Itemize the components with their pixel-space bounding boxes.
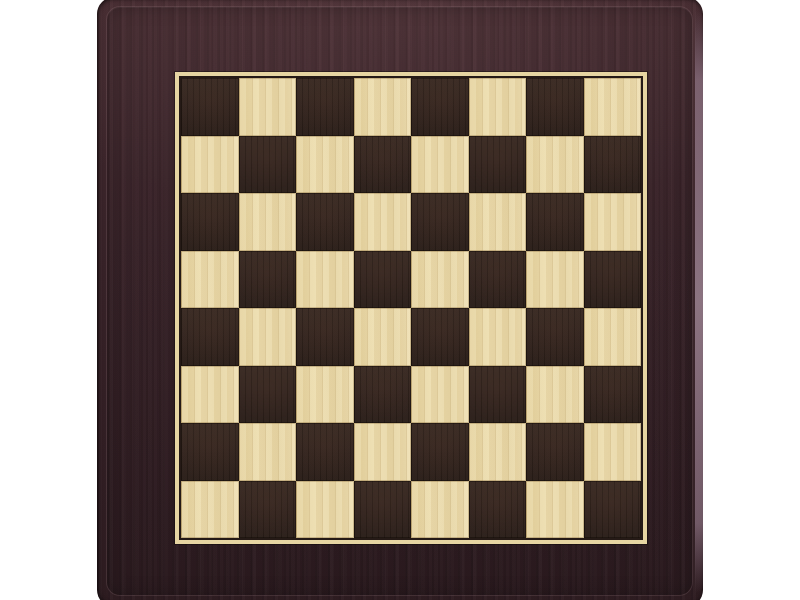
square-r4c4 [411, 308, 469, 366]
square-r5c5 [469, 366, 527, 424]
square-r4c1 [239, 308, 297, 366]
square-r1c4 [411, 136, 469, 194]
board-bevel-edge [107, 7, 692, 595]
square-r6c2 [296, 423, 354, 481]
square-r4c0 [181, 308, 239, 366]
board-grid [181, 78, 641, 538]
square-r4c6 [526, 308, 584, 366]
square-r1c7 [584, 136, 642, 194]
square-r0c6 [526, 78, 584, 136]
square-r5c6 [526, 366, 584, 424]
square-r5c4 [411, 366, 469, 424]
square-r6c4 [411, 423, 469, 481]
square-r3c6 [526, 251, 584, 309]
square-r7c0 [181, 481, 239, 539]
square-r2c6 [526, 193, 584, 251]
square-r5c2 [296, 366, 354, 424]
square-r7c2 [296, 481, 354, 539]
square-r2c2 [296, 193, 354, 251]
square-r0c7 [584, 78, 642, 136]
square-r5c3 [354, 366, 412, 424]
playing-area-pinstripe-frame [175, 72, 647, 544]
square-r5c7 [584, 366, 642, 424]
square-r6c6 [526, 423, 584, 481]
square-r4c3 [354, 308, 412, 366]
square-r0c5 [469, 78, 527, 136]
square-r1c2 [296, 136, 354, 194]
square-r7c7 [584, 481, 642, 539]
square-r1c1 [239, 136, 297, 194]
square-r3c3 [354, 251, 412, 309]
product-photo [0, 0, 800, 600]
square-r2c5 [469, 193, 527, 251]
square-r3c2 [296, 251, 354, 309]
square-r6c0 [181, 423, 239, 481]
square-r2c3 [354, 193, 412, 251]
square-r1c0 [181, 136, 239, 194]
square-r6c1 [239, 423, 297, 481]
board-side-edge-highlight [695, 11, 703, 593]
square-r6c5 [469, 423, 527, 481]
square-r1c6 [526, 136, 584, 194]
square-r6c3 [354, 423, 412, 481]
chessboard [97, 0, 703, 600]
square-r4c7 [584, 308, 642, 366]
square-r2c1 [239, 193, 297, 251]
square-r6c7 [584, 423, 642, 481]
square-r4c5 [469, 308, 527, 366]
square-r3c4 [411, 251, 469, 309]
square-r1c5 [469, 136, 527, 194]
square-r0c3 [354, 78, 412, 136]
square-r2c0 [181, 193, 239, 251]
square-r3c1 [239, 251, 297, 309]
square-r7c5 [469, 481, 527, 539]
square-r5c1 [239, 366, 297, 424]
square-r4c2 [296, 308, 354, 366]
square-r7c4 [411, 481, 469, 539]
square-r3c5 [469, 251, 527, 309]
square-r1c3 [354, 136, 412, 194]
square-r3c0 [181, 251, 239, 309]
square-r0c2 [296, 78, 354, 136]
square-r5c0 [181, 366, 239, 424]
square-r0c0 [181, 78, 239, 136]
square-r0c4 [411, 78, 469, 136]
square-r7c6 [526, 481, 584, 539]
square-r3c7 [584, 251, 642, 309]
square-r0c1 [239, 78, 297, 136]
square-r2c4 [411, 193, 469, 251]
square-r7c3 [354, 481, 412, 539]
square-r2c7 [584, 193, 642, 251]
square-r7c1 [239, 481, 297, 539]
